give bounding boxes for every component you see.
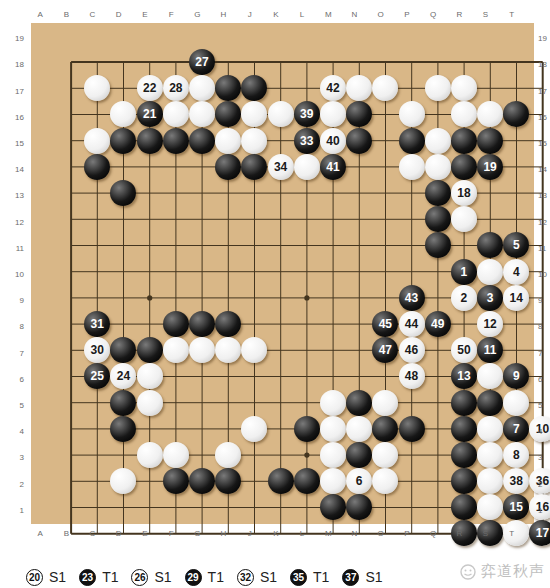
row-label-left-15: 15 — [10, 139, 24, 149]
col-label-top-N: N — [347, 10, 363, 20]
stone-black-Q4 — [451, 442, 477, 468]
col-label-bottom-F: F — [163, 529, 179, 539]
move-number: 28 — [169, 82, 182, 94]
stone-black-M6 — [346, 390, 372, 416]
col-label-top-C: C — [85, 10, 101, 20]
move-point: S1 — [49, 569, 66, 585]
move-badge-23: 23 — [79, 569, 96, 586]
watermark-logo-icon — [459, 563, 477, 581]
stone-black-R12 — [477, 232, 503, 258]
stone-white-H5 — [241, 416, 267, 442]
move-number: 34 — [274, 161, 287, 173]
stone-white-F8 — [189, 337, 215, 363]
stone-white-P16 — [425, 128, 451, 154]
star-point-K4 — [304, 453, 309, 458]
move-number: 15 — [510, 501, 523, 513]
col-label-top-S: S — [478, 10, 494, 20]
col-label-bottom-G: G — [189, 529, 205, 539]
stone-black-P12 — [425, 232, 451, 258]
stone-white-B8: 30 — [84, 337, 110, 363]
stone-white-H17 — [241, 101, 267, 127]
stone-black-P9: 49 — [425, 311, 451, 337]
row-label-right-1: 1 — [538, 506, 550, 516]
stone-white-O8: 46 — [399, 337, 425, 363]
row-label-right-2: 2 — [538, 480, 550, 490]
row-label-right-5: 5 — [538, 401, 550, 411]
stone-white-Q13 — [451, 206, 477, 232]
col-label-top-R: R — [451, 10, 467, 20]
stone-white-D4 — [137, 442, 163, 468]
star-point-D10 — [147, 295, 152, 300]
stone-black-G15 — [215, 154, 241, 180]
move-number: 25 — [91, 370, 104, 382]
stone-black-H18 — [241, 75, 267, 101]
stone-white-Q8: 50 — [451, 337, 477, 363]
go-diagram: 2722284221393340344119185144323143145444… — [0, 0, 550, 588]
caption-entry-move-35: 35T1 — [290, 569, 329, 586]
stone-black-G3 — [215, 468, 241, 494]
stone-white-R2 — [477, 494, 503, 520]
stone-white-S11: 4 — [503, 259, 529, 285]
stone-black-D8 — [137, 337, 163, 363]
stone-white-Q14: 18 — [451, 180, 477, 206]
stone-white-M18 — [346, 75, 372, 101]
stone-black-Q3 — [451, 468, 477, 494]
stone-white-S6 — [503, 390, 529, 416]
caption-entry-move-29: 29T1 — [185, 569, 224, 586]
stone-white-F17 — [189, 101, 215, 127]
move-number: 2 — [461, 292, 468, 304]
row-label-right-14: 14 — [538, 165, 550, 175]
col-label-top-G: G — [189, 10, 205, 20]
move-number: 43 — [405, 292, 418, 304]
col-label-top-Q: Q — [425, 10, 441, 20]
move-point: T1 — [208, 569, 224, 585]
move-point: S1 — [154, 569, 171, 585]
stone-white-H16 — [241, 128, 267, 154]
stone-black-J3 — [268, 468, 294, 494]
move-number: 50 — [457, 344, 470, 356]
col-label-top-B: B — [58, 10, 74, 20]
row-label-left-19: 19 — [10, 34, 24, 44]
stone-white-E18: 28 — [163, 75, 189, 101]
stone-black-L2 — [320, 494, 346, 520]
stone-white-N6 — [372, 390, 398, 416]
stone-white-L4 — [320, 442, 346, 468]
stone-white-L18: 42 — [320, 75, 346, 101]
row-label-left-2: 2 — [10, 480, 24, 490]
stone-black-R16 — [477, 128, 503, 154]
move-number: 44 — [405, 318, 418, 330]
col-label-top-F: F — [163, 10, 179, 20]
stone-white-K15 — [294, 154, 320, 180]
row-label-right-10: 10 — [538, 270, 550, 280]
move-badge-20: 20 — [26, 569, 43, 586]
stone-black-C8 — [110, 337, 136, 363]
move-number: 31 — [91, 318, 104, 330]
move-badge-35: 35 — [290, 569, 307, 586]
row-label-left-1: 1 — [10, 506, 24, 516]
stone-white-O9: 44 — [399, 311, 425, 337]
col-label-top-J: J — [242, 10, 258, 20]
move-number: 11 — [484, 344, 497, 356]
stone-white-E8 — [163, 337, 189, 363]
col-label-bottom-D: D — [111, 529, 127, 539]
stone-black-B7: 25 — [84, 363, 110, 389]
col-label-bottom-R: R — [451, 529, 467, 539]
stone-white-R17 — [477, 101, 503, 127]
row-label-left-6: 6 — [10, 375, 24, 385]
watermark-text: 弈道秋声 — [481, 562, 545, 581]
row-label-left-10: 10 — [10, 270, 24, 280]
row-label-left-14: 14 — [10, 165, 24, 175]
star-point-K10 — [304, 295, 309, 300]
stone-white-Q10: 2 — [451, 285, 477, 311]
move-number: 8 — [513, 449, 520, 461]
move-badge-37: 37 — [342, 569, 359, 586]
move-point: T1 — [102, 569, 118, 585]
stone-black-S2: 15 — [503, 494, 529, 520]
move-number: 41 — [326, 161, 339, 173]
watermark: 弈道秋声 — [459, 562, 545, 581]
caption-entry-move-37: 37S1 — [342, 569, 382, 586]
stone-black-H15 — [241, 154, 267, 180]
stone-white-D6 — [137, 390, 163, 416]
col-label-top-O: O — [373, 10, 389, 20]
move-point: T1 — [313, 569, 329, 585]
stone-black-L15: 41 — [320, 154, 346, 180]
stone-black-G9 — [215, 311, 241, 337]
stone-white-R7 — [477, 363, 503, 389]
col-label-top-D: D — [111, 10, 127, 20]
col-label-bottom-B: B — [58, 529, 74, 539]
stone-black-E9 — [163, 311, 189, 337]
row-label-right-19: 19 — [538, 34, 550, 44]
stone-white-R3 — [477, 468, 503, 494]
move-number: 30 — [91, 344, 104, 356]
stone-black-C16 — [110, 128, 136, 154]
stone-white-C3 — [110, 468, 136, 494]
row-label-left-8: 8 — [10, 322, 24, 332]
col-label-bottom-A: A — [32, 529, 48, 539]
stone-white-J15: 34 — [268, 154, 294, 180]
stone-black-S17 — [503, 101, 529, 127]
row-label-right-4: 4 — [538, 427, 550, 437]
row-label-right-3: 3 — [538, 453, 550, 463]
move-number: 3 — [487, 292, 494, 304]
move-number: 13 — [457, 370, 470, 382]
stone-white-N4 — [372, 442, 398, 468]
row-label-left-12: 12 — [10, 218, 24, 228]
stone-black-E3 — [163, 468, 189, 494]
row-label-left-3: 3 — [10, 453, 24, 463]
stone-white-J17 — [268, 101, 294, 127]
row-label-right-8: 8 — [538, 322, 550, 332]
stone-black-C5 — [110, 416, 136, 442]
move-badge-29: 29 — [185, 569, 202, 586]
board-grid: 2722284221393340344119185144323143145444… — [58, 49, 550, 547]
move-number: 19 — [483, 161, 496, 173]
col-label-top-P: P — [399, 10, 415, 20]
stone-white-D18: 22 — [137, 75, 163, 101]
stone-black-K3 — [294, 468, 320, 494]
col-label-bottom-K: K — [268, 529, 284, 539]
col-label-bottom-L: L — [294, 529, 310, 539]
col-label-bottom-T: T — [504, 529, 520, 539]
stone-white-L16: 40 — [320, 128, 346, 154]
move-number: 33 — [300, 135, 313, 147]
col-label-bottom-H: H — [216, 529, 232, 539]
ko-moves-caption: 20S123T126S129T132S135T137S1 — [26, 565, 383, 588]
stone-white-S3: 38 — [503, 468, 529, 494]
stone-white-G8 — [215, 337, 241, 363]
stone-white-E4 — [163, 442, 189, 468]
row-label-right-12: 12 — [538, 218, 550, 228]
row-label-right-17: 17 — [538, 87, 550, 97]
stone-black-N5 — [372, 416, 398, 442]
stone-white-O17 — [399, 101, 425, 127]
stone-black-E16 — [163, 128, 189, 154]
row-label-right-7: 7 — [538, 349, 550, 359]
stone-black-R10: 3 — [477, 285, 503, 311]
row-label-left-5: 5 — [10, 401, 24, 411]
move-number: 40 — [326, 135, 339, 147]
move-number: 12 — [483, 318, 496, 330]
stone-white-F18 — [189, 75, 215, 101]
move-number: 39 — [300, 108, 313, 120]
col-label-bottom-Q: Q — [425, 529, 441, 539]
stone-black-K5 — [294, 416, 320, 442]
stone-black-Q16 — [451, 128, 477, 154]
col-label-bottom-C: C — [85, 529, 101, 539]
row-label-right-15: 15 — [538, 139, 550, 149]
stone-black-F16 — [189, 128, 215, 154]
col-label-bottom-O: O — [373, 529, 389, 539]
stone-black-D17: 21 — [137, 101, 163, 127]
row-label-left-13: 13 — [10, 191, 24, 201]
stone-black-R6 — [477, 390, 503, 416]
stone-black-G17 — [215, 101, 241, 127]
caption-entry-move-23: 23T1 — [79, 569, 118, 586]
stone-black-B9: 31 — [84, 311, 110, 337]
move-number: 17 — [536, 527, 549, 539]
stone-black-M4 — [346, 442, 372, 468]
stone-white-R4 — [477, 442, 503, 468]
move-number: 49 — [431, 318, 444, 330]
stone-black-M17 — [346, 101, 372, 127]
stone-black-N9: 45 — [372, 311, 398, 337]
move-number: 21 — [143, 108, 156, 120]
stone-white-S10: 14 — [503, 285, 529, 311]
stone-white-R11 — [477, 259, 503, 285]
row-label-left-18: 18 — [10, 60, 24, 70]
move-number: 14 — [510, 292, 523, 304]
move-number: 45 — [379, 318, 392, 330]
caption-entry-move-32: 32S1 — [237, 569, 277, 586]
row-label-right-11: 11 — [538, 244, 550, 254]
stone-white-Q18 — [451, 75, 477, 101]
stone-white-L6 — [320, 390, 346, 416]
stone-white-H8 — [241, 337, 267, 363]
stone-white-O7: 48 — [399, 363, 425, 389]
col-label-bottom-S: S — [478, 529, 494, 539]
col-label-bottom-P: P — [399, 529, 415, 539]
stone-black-O5 — [399, 416, 425, 442]
row-label-right-9: 9 — [538, 296, 550, 306]
stone-white-M3: 6 — [346, 468, 372, 494]
move-point: S1 — [365, 569, 382, 585]
stone-black-B15 — [84, 154, 110, 180]
stone-black-T1: 17 — [529, 520, 550, 546]
stone-black-Q2 — [451, 494, 477, 520]
move-badge-32: 32 — [237, 569, 254, 586]
move-number: 7 — [513, 423, 520, 435]
stone-black-Q6 — [451, 390, 477, 416]
stone-black-N8: 47 — [372, 337, 398, 363]
stone-black-D16 — [137, 128, 163, 154]
stone-white-N3 — [372, 468, 398, 494]
stone-black-M16 — [346, 128, 372, 154]
stone-black-C6 — [110, 390, 136, 416]
stone-black-M2 — [346, 494, 372, 520]
stone-white-L3 — [320, 468, 346, 494]
stone-black-S12: 5 — [503, 232, 529, 258]
row-label-left-17: 17 — [10, 87, 24, 97]
stone-white-L17 — [320, 101, 346, 127]
stone-black-O16 — [399, 128, 425, 154]
stone-black-C14 — [110, 180, 136, 206]
caption-entry-move-20: 20S1 — [26, 569, 66, 586]
move-number: 47 — [379, 344, 392, 356]
move-number: 9 — [513, 370, 520, 382]
move-number: 46 — [405, 344, 418, 356]
stone-black-S5: 7 — [503, 416, 529, 442]
caption-entry-move-26: 26S1 — [131, 569, 171, 586]
stone-white-S4: 8 — [503, 442, 529, 468]
stone-black-F9 — [189, 311, 215, 337]
stone-black-Q7: 13 — [451, 363, 477, 389]
col-label-bottom-J: J — [242, 529, 258, 539]
row-label-right-6: 6 — [538, 375, 550, 385]
move-number: 18 — [457, 187, 470, 199]
stone-white-B16 — [84, 128, 110, 154]
move-number: 1 — [461, 266, 468, 278]
stone-white-G4 — [215, 442, 241, 468]
move-number: 38 — [510, 475, 523, 487]
stone-black-G18 — [215, 75, 241, 101]
stone-white-C17 — [110, 101, 136, 127]
stone-black-K16: 33 — [294, 128, 320, 154]
col-label-top-M: M — [320, 10, 336, 20]
move-number: 22 — [143, 82, 156, 94]
stone-black-P14 — [425, 180, 451, 206]
col-label-top-L: L — [294, 10, 310, 20]
move-number: 48 — [405, 370, 418, 382]
row-label-left-16: 16 — [10, 113, 24, 123]
col-label-bottom-M: M — [320, 529, 336, 539]
row-label-left-4: 4 — [10, 427, 24, 437]
stone-white-P15 — [425, 154, 451, 180]
stone-white-R5 — [477, 416, 503, 442]
col-label-bottom-N: N — [347, 529, 363, 539]
stone-black-Q11: 1 — [451, 259, 477, 285]
stone-black-R15: 19 — [477, 154, 503, 180]
stone-black-Q15 — [451, 154, 477, 180]
stone-white-L5 — [320, 416, 346, 442]
col-label-bottom-E: E — [137, 529, 153, 539]
stone-white-B18 — [84, 75, 110, 101]
row-label-left-7: 7 — [10, 349, 24, 359]
stone-black-K17: 39 — [294, 101, 320, 127]
col-label-top-K: K — [268, 10, 284, 20]
move-number: 27 — [195, 56, 208, 68]
col-label-top-H: H — [216, 10, 232, 20]
stone-white-O15 — [399, 154, 425, 180]
stone-white-G16 — [215, 128, 241, 154]
go-board: 2722284221393340344119185144323143145444… — [31, 23, 534, 524]
stone-black-F3 — [189, 468, 215, 494]
move-number: 24 — [117, 370, 130, 382]
stone-black-F19: 27 — [189, 49, 215, 75]
col-label-top-E: E — [137, 10, 153, 20]
stone-white-Q17 — [451, 101, 477, 127]
stone-white-E17 — [163, 101, 189, 127]
stone-black-S7: 9 — [503, 363, 529, 389]
stone-white-M5 — [346, 416, 372, 442]
col-label-top-T: T — [504, 10, 520, 20]
move-badge-26: 26 — [131, 569, 148, 586]
row-label-right-18: 18 — [538, 60, 550, 70]
row-label-left-11: 11 — [10, 244, 24, 254]
stone-black-Q5 — [451, 416, 477, 442]
col-label-top-A: A — [32, 10, 48, 20]
stone-white-N18 — [372, 75, 398, 101]
move-number: 4 — [513, 266, 520, 278]
row-label-right-13: 13 — [538, 191, 550, 201]
stone-black-O10: 43 — [399, 285, 425, 311]
stone-white-P18 — [425, 75, 451, 101]
stone-white-C7: 24 — [110, 363, 136, 389]
row-label-left-9: 9 — [10, 296, 24, 306]
move-number: 42 — [326, 82, 339, 94]
move-number: 6 — [356, 475, 363, 487]
stone-white-R9: 12 — [477, 311, 503, 337]
row-label-right-16: 16 — [538, 113, 550, 123]
stone-black-P13 — [425, 206, 451, 232]
stone-black-R8: 11 — [477, 337, 503, 363]
stone-white-D7 — [137, 363, 163, 389]
move-number: 5 — [513, 239, 520, 251]
move-point: S1 — [260, 569, 277, 585]
